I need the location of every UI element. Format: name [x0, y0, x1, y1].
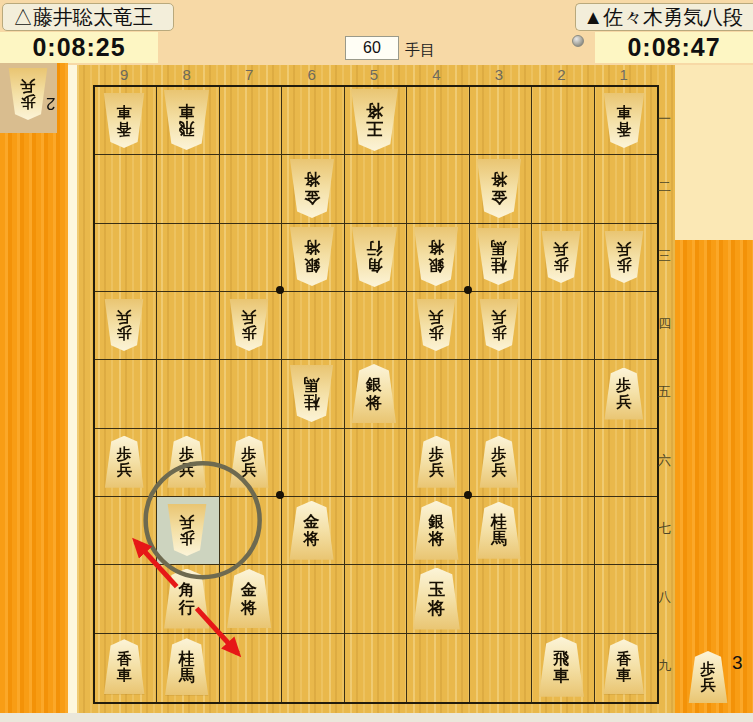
board-cell[interactable] [220, 634, 282, 702]
rank-label: 一 [656, 85, 673, 153]
board-cell[interactable] [470, 565, 532, 633]
board-cell[interactable] [345, 292, 407, 360]
board-cell[interactable] [532, 429, 594, 497]
board-cell[interactable] [220, 87, 282, 155]
board-cell[interactable] [345, 429, 407, 497]
side-panel-right-top [675, 65, 753, 240]
file-label: 6 [280, 66, 342, 83]
board-cell[interactable] [532, 565, 594, 633]
board-cell[interactable] [95, 565, 157, 633]
board-cell[interactable] [220, 224, 282, 292]
board-cell[interactable] [95, 155, 157, 223]
file-label: 3 [468, 66, 530, 83]
file-label: 5 [343, 66, 405, 83]
board-cell[interactable] [407, 360, 469, 428]
board-cell[interactable] [407, 155, 469, 223]
board-cell[interactable] [95, 497, 157, 565]
gote-hand-tray[interactable]: 歩兵2 [0, 63, 57, 133]
board-cell[interactable] [595, 497, 657, 565]
turn-indicator-dot [572, 35, 584, 47]
board-cell[interactable] [532, 360, 594, 428]
rank-label: 八 [656, 563, 673, 631]
file-label: 9 [93, 66, 155, 83]
board-cell[interactable] [282, 429, 344, 497]
player-name-sente: ▲佐々木勇気八段 [575, 3, 753, 31]
rank-label: 四 [656, 290, 673, 358]
board-cell[interactable] [532, 292, 594, 360]
star-point [464, 491, 472, 499]
board-cell[interactable] [595, 292, 657, 360]
star-point [464, 286, 472, 294]
board-cell[interactable] [532, 497, 594, 565]
rank-label: 七 [656, 495, 673, 563]
board-cell[interactable] [532, 155, 594, 223]
clock-gote: 0:08:25 [0, 32, 158, 63]
sente-hand-tray[interactable]: 歩兵3 [680, 646, 753, 716]
board-cell[interactable] [220, 155, 282, 223]
board-cell[interactable] [595, 155, 657, 223]
board-cell[interactable] [282, 87, 344, 155]
board-cell[interactable] [470, 634, 532, 702]
board-cell[interactable] [282, 634, 344, 702]
board-cell[interactable] [345, 565, 407, 633]
board-cell[interactable] [282, 292, 344, 360]
side-panel-right-bottom [675, 240, 753, 713]
rank-label: 三 [656, 222, 673, 290]
shogi-piece[interactable]: 歩兵 [687, 651, 729, 703]
rank-label: 六 [656, 427, 673, 495]
board-cell[interactable] [345, 634, 407, 702]
side-panel-left [0, 63, 68, 713]
hand-count: 3 [732, 652, 743, 674]
board-cell[interactable] [220, 360, 282, 428]
file-label: 7 [218, 66, 280, 83]
shogi-piece[interactable]: 歩兵 [7, 68, 49, 120]
board-cell[interactable] [157, 224, 219, 292]
file-label: 1 [593, 66, 655, 83]
board-cell[interactable] [157, 360, 219, 428]
rank-label: 九 [656, 632, 673, 700]
board-cell[interactable] [595, 429, 657, 497]
clock-sente: 0:08:47 [595, 32, 753, 63]
board-cell[interactable] [595, 565, 657, 633]
board-cell[interactable] [95, 360, 157, 428]
board-cell[interactable] [345, 155, 407, 223]
board-cell[interactable] [345, 497, 407, 565]
move-number-label: 手目 [405, 41, 435, 60]
player-name-gote: △藤井聡太竜王 [2, 3, 174, 31]
rank-label: 五 [656, 358, 673, 426]
rank-label: 二 [656, 153, 673, 221]
board-cell[interactable] [220, 497, 282, 565]
board-cell[interactable] [282, 565, 344, 633]
board-divider-strip [68, 65, 77, 713]
board-cell[interactable] [95, 224, 157, 292]
hand-count: 2 [46, 93, 55, 113]
board-cell[interactable] [470, 87, 532, 155]
board-cell[interactable] [407, 634, 469, 702]
file-label: 4 [405, 66, 467, 83]
board-cell[interactable] [470, 360, 532, 428]
board-cell[interactable] [407, 87, 469, 155]
file-label: 2 [530, 66, 592, 83]
move-number-input[interactable]: 60 [345, 36, 399, 60]
board-cell[interactable] [157, 155, 219, 223]
board-cell[interactable] [157, 292, 219, 360]
file-label: 8 [155, 66, 217, 83]
bottom-strip [0, 713, 753, 722]
board-cell[interactable] [532, 87, 594, 155]
